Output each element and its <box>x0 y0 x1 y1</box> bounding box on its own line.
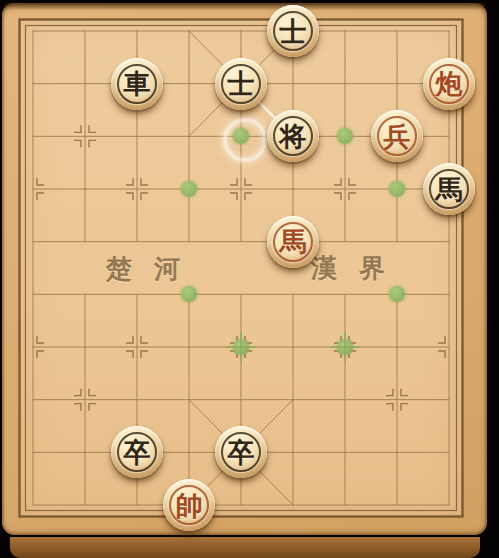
piece-red-general[interactable]: 帥 <box>163 479 215 531</box>
move-hint-dot[interactable] <box>389 181 405 197</box>
piece-black-general[interactable]: 将 <box>267 110 319 162</box>
piece-glyph: 兵 <box>384 123 411 150</box>
river-label-chu-he: 楚河 <box>106 252 202 286</box>
piece-red-cannon[interactable]: 炮 <box>423 58 475 110</box>
river-label-han-jie: 漢界 <box>311 251 407 285</box>
piece-glyph: 卒 <box>124 439 151 466</box>
piece-black-rook[interactable]: 車 <box>111 58 163 110</box>
piece-black-advisor[interactable]: 士 <box>267 5 319 57</box>
move-hint-dot[interactable] <box>233 339 249 355</box>
piece-glyph: 将 <box>280 123 307 150</box>
xiangqi-game-screen: 楚河 漢界 士車士炮将兵馬馬卒卒帥 <box>0 0 499 558</box>
piece-glyph: 士 <box>228 70 255 97</box>
move-hint-dot[interactable] <box>337 339 353 355</box>
piece-glyph: 士 <box>280 18 307 45</box>
board-front-edge <box>10 537 480 558</box>
piece-black-soldier[interactable]: 卒 <box>111 426 163 478</box>
piece-glyph: 馬 <box>280 228 307 255</box>
piece-red-horse[interactable]: 馬 <box>267 216 319 268</box>
piece-glyph: 帥 <box>176 492 203 519</box>
piece-black-soldier[interactable]: 卒 <box>215 426 267 478</box>
piece-glyph: 炮 <box>436 70 463 97</box>
piece-black-horse[interactable]: 馬 <box>423 163 475 215</box>
piece-black-advisor[interactable]: 士 <box>215 58 267 110</box>
move-hint-dot[interactable] <box>181 181 197 197</box>
piece-glyph: 卒 <box>228 439 255 466</box>
piece-glyph: 馬 <box>436 176 463 203</box>
piece-glyph: 車 <box>124 70 151 97</box>
piece-red-soldier[interactable]: 兵 <box>371 110 423 162</box>
